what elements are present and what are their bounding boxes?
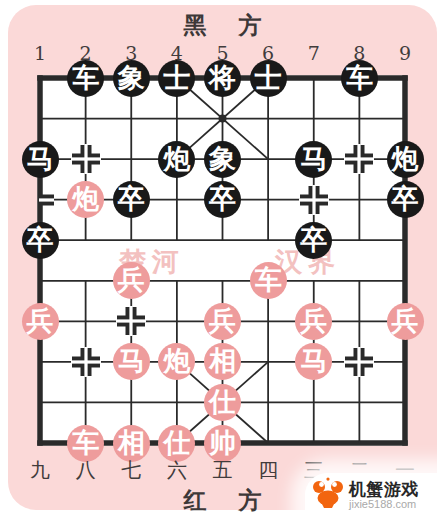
black-soldier[interactable]: 卒 [204, 181, 241, 218]
point-marker [344, 347, 374, 377]
file-number-bottom-5: 五 [213, 457, 233, 484]
point-marker [71, 347, 101, 377]
red-horse[interactable]: 马 [113, 343, 150, 380]
file-number-bottom-1: 九 [30, 457, 50, 484]
black-chariot[interactable]: 车 [341, 60, 378, 97]
file-number-bottom-4: 六 [167, 457, 187, 484]
red-soldier[interactable]: 兵 [204, 303, 241, 340]
point-marker [25, 185, 55, 215]
watermark-brand: 机蟹游戏 [349, 481, 419, 499]
file-number-bottom-3: 七 [121, 457, 141, 484]
red-horse[interactable]: 马 [295, 343, 332, 380]
black-cannon[interactable]: 炮 [387, 141, 424, 178]
black-soldier[interactable]: 卒 [295, 222, 332, 259]
file-number-bottom-2: 八 [76, 457, 96, 484]
point-marker [71, 144, 101, 174]
red-cannon[interactable]: 炮 [158, 343, 195, 380]
black-soldier[interactable]: 卒 [113, 181, 150, 218]
black-general[interactable]: 将 [204, 60, 241, 97]
red-cannon[interactable]: 炮 [67, 181, 104, 218]
black-soldier[interactable]: 卒 [387, 181, 424, 218]
point-marker [344, 144, 374, 174]
red-elephant[interactable]: 相 [204, 343, 241, 380]
crab-logo-icon [311, 477, 345, 515]
black-chariot[interactable]: 车 [67, 60, 104, 97]
watermark-url: jixie5188.com [349, 498, 419, 510]
point-marker [299, 185, 329, 215]
file-number-bottom-6: 四 [258, 457, 278, 484]
black-elephant[interactable]: 象 [204, 141, 241, 178]
red-soldier[interactable]: 兵 [113, 262, 150, 299]
point-marker [116, 306, 146, 336]
black-horse[interactable]: 马 [295, 141, 332, 178]
watermark-badge: 机蟹游戏 jixie5188.com [305, 473, 445, 516]
red-soldier[interactable]: 兵 [295, 303, 332, 340]
black-soldier[interactable]: 卒 [22, 222, 59, 259]
red-advisor[interactable]: 仕 [204, 384, 241, 421]
red-chariot[interactable]: 车 [250, 262, 287, 299]
black-cannon[interactable]: 炮 [158, 141, 195, 178]
red-soldier[interactable]: 兵 [387, 303, 424, 340]
black-horse[interactable]: 马 [22, 141, 59, 178]
red-soldier[interactable]: 兵 [22, 303, 59, 340]
xiangqi-diagram: 黑 方 123456789 楚河 汉界 [0, 0, 445, 516]
black-advisor[interactable]: 士 [158, 60, 195, 97]
black-elephant[interactable]: 象 [113, 60, 150, 97]
black-advisor[interactable]: 士 [250, 60, 287, 97]
